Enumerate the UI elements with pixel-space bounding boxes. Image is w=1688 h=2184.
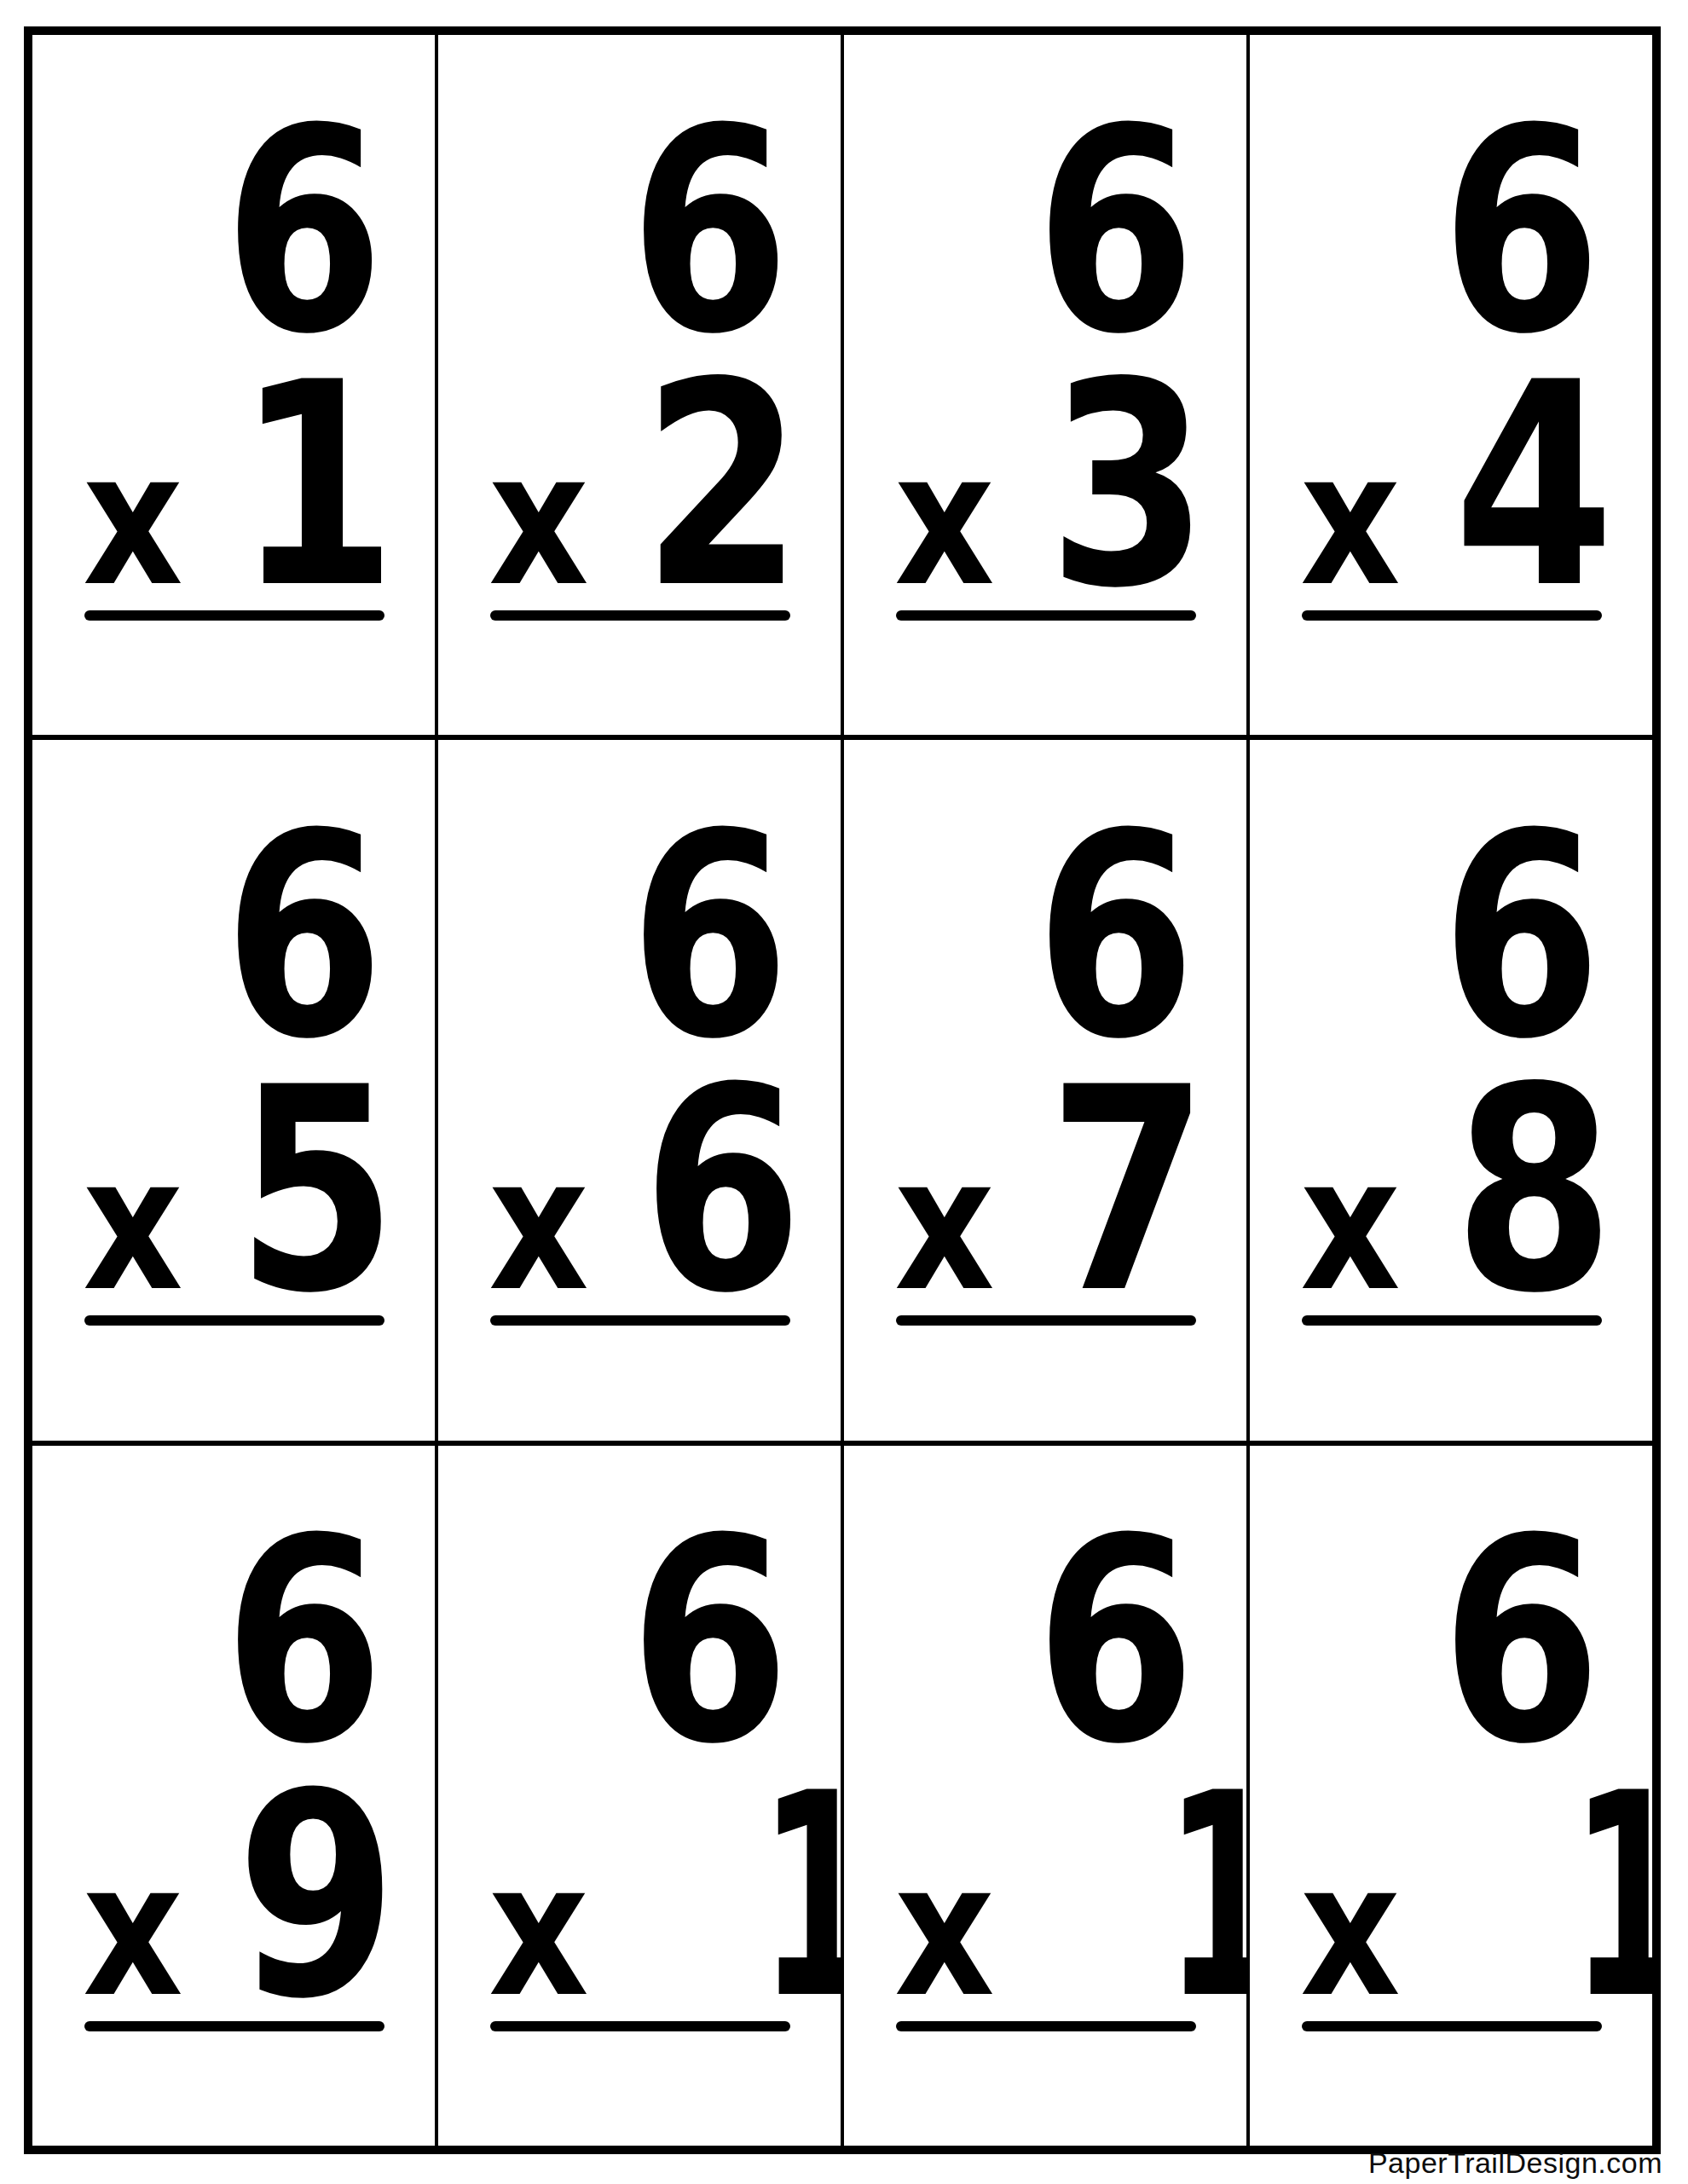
multiply-sign: x [83,428,183,611]
answer-line [896,1315,1196,1326]
multiply-sign: x [83,1133,183,1316]
answer-line [1302,1315,1602,1326]
multiply-sign: x [1300,428,1401,611]
flashcard-6x1: 6 x 1 [32,35,435,735]
answer-line [896,2021,1196,2031]
multiplier-digits: 11 [1165,1756,1246,2037]
multiply-sign: x [488,1133,589,1316]
multiplier-digit: 9 [236,1756,396,2037]
flashcard-6x11: 6 x 11 [844,1446,1246,2146]
multiplier-digit: 4 [1454,345,1614,627]
flashcard-6x7: 6 x 7 [844,740,1246,1440]
flashcard-grid: 6 x 1 6 x 2 6 x 3 6 x 4 6 x 5 [24,26,1661,2154]
multiplier-digit: 7 [1048,1050,1208,1332]
answer-line [490,610,790,621]
flashcard-6x12: 6 x 12 [1250,1446,1652,2146]
answer-line [84,2021,384,2031]
answer-line [84,1315,384,1326]
multiply-sign: x [1300,1133,1401,1316]
flashcard-6x5: 6 x 5 [32,740,435,1440]
multiplicand: 6 [1250,1501,1602,1782]
multiplier-digits: 12 [1570,1756,1652,2037]
answer-line [490,1315,790,1326]
flashcard-6x10: 6 x 10 [438,1446,841,2146]
answer-line [1302,2021,1602,2031]
flashcard-6x4: 6 x 4 [1250,35,1652,735]
multiply-sign: x [488,428,589,611]
flashcard-6x6: 6 x 6 [438,740,841,1440]
answer-line [896,610,1196,621]
operand-row: x 2 [488,345,790,627]
multiply-sign: x [894,1839,995,2022]
operand-row: x 5 [83,1050,384,1332]
site-credit: PaperTrailDesign.com [1368,2146,1662,2180]
multiplicand: 6 [844,1501,1196,1782]
multiply-sign: x [488,1839,589,2022]
multiplier-digit: 8 [1454,1050,1614,1332]
answer-line [490,2021,790,2031]
answer-line [1302,610,1602,621]
operand-row: x 1 [83,345,384,627]
multiply-sign: x [83,1839,183,2022]
multiplier-digit: 5 [236,1050,396,1332]
operand-row: x 8 [1300,1050,1602,1332]
multiplier-digits: 10 [759,1756,841,2037]
operand-row: x 6 [488,1050,790,1332]
multiplier-digit: 1 [236,345,396,627]
operand-row: x 12 [1300,1756,1602,2037]
operand-row: x 11 [894,1756,1196,2037]
multiply-sign: x [894,1133,995,1316]
flashcard-6x8: 6 x 8 [1250,740,1652,1440]
operand-row: x 7 [894,1050,1196,1332]
operand-row: x 3 [894,345,1196,627]
operand-row: x 9 [83,1756,384,2037]
multiplier-digit: 2 [642,345,802,627]
flashcard-6x2: 6 x 2 [438,35,841,735]
multiplier-digit: 6 [642,1050,802,1332]
multiplicand: 6 [438,1501,790,1782]
operand-row: x 10 [488,1756,790,2037]
multiplier-digit: 3 [1048,345,1208,627]
flashcard-6x9: 6 x 9 [32,1446,435,2146]
multiply-sign: x [894,428,995,611]
multiply-sign: x [1300,1839,1401,2022]
flashcard-6x3: 6 x 3 [844,35,1246,735]
answer-line [84,610,384,621]
operand-row: x 4 [1300,345,1602,627]
